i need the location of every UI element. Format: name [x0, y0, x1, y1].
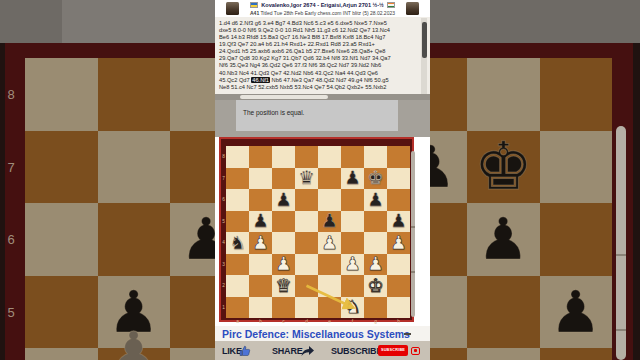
background-piece-bp-f7: ♟	[430, 138, 457, 196]
background-left-zoomed-board: ♟♟♟ 8765	[0, 0, 215, 360]
piece-wp-c3[interactable]: ♟	[272, 254, 295, 276]
square-f6[interactable]	[341, 189, 364, 211]
move-line[interactable]: 45.Qc2 Qd7 46.Nf1 Nb6 47.Ne3 Qa7 48.Qd2 …	[219, 77, 417, 84]
piece-wq-c2[interactable]: ♛	[272, 275, 295, 297]
caption-dash-icon	[404, 333, 411, 335]
move-list-panel: 1.d4 d6 2.Nf3 g6 3.e4 Bg7 4.Bd3 Nc6 5.c3…	[215, 17, 430, 100]
square-d8[interactable]	[295, 146, 318, 168]
move-list: 1.d4 d6 2.Nf3 g6 3.e4 Bg7 4.Bd3 Nc6 5.c3…	[219, 20, 417, 92]
square-g6[interactable]: ♟	[364, 189, 387, 211]
square-d1[interactable]	[295, 297, 318, 319]
background-gray-panel-light	[62, 0, 215, 43]
rank-label-6: 6	[221, 189, 226, 211]
background-square	[25, 203, 98, 276]
square-f1[interactable]: ♞	[341, 297, 364, 319]
main-column: Kovalenko,Igor 2674 - Erigaisi,Arjun 270…	[215, 0, 430, 360]
square-e2[interactable]	[318, 275, 341, 297]
background-square	[25, 276, 98, 349]
chess-board[interactable]: ♛♟♚♟♟♟♟♟♞♟♟♟♟♟♟♛♚♞	[226, 146, 410, 318]
square-e1[interactable]	[318, 297, 341, 319]
square-h5[interactable]: ♟	[387, 211, 410, 233]
piece-wk-g2[interactable]: ♚	[364, 275, 387, 297]
background-square	[540, 58, 613, 131]
move-line[interactable]: dxe5 8.0-0 Nf6 9.Qe2 0-0 10.Rd1 Nh5 11.g…	[219, 27, 417, 34]
square-f4[interactable]	[341, 232, 364, 254]
square-a5[interactable]	[226, 211, 249, 233]
subscribe-button[interactable]: SUBSCRIBE	[331, 346, 382, 356]
move-list-scrollbar-thumb[interactable]	[422, 22, 427, 58]
share-button[interactable]: SHARE	[272, 346, 303, 356]
actions-bar: LIKE SHARE SUBSCRIBE SUBSCRIBE	[215, 341, 430, 360]
background-piece-bp-h5: ♟	[550, 283, 602, 341]
file-label-f: f	[341, 319, 364, 325]
background-scrollbar	[616, 126, 626, 360]
move-line[interactable]: Nf6 35.Qe3 Ng4 36.Qd2 Qe6 37.f3 Nf6 38.Q…	[219, 62, 417, 69]
rank-label-1: 1	[221, 297, 226, 319]
square-f3[interactable]: ♟	[341, 254, 364, 276]
background-board-frame-top	[430, 43, 612, 58]
square-b7[interactable]	[249, 168, 272, 190]
background-rank-label-5: 5	[3, 305, 19, 320]
file-label-d: d	[295, 319, 318, 325]
square-g2[interactable]: ♚	[364, 275, 387, 297]
piece-wp-h4[interactable]: ♟	[387, 232, 410, 254]
square-a3[interactable]	[226, 254, 249, 276]
square-c3[interactable]: ♟	[272, 254, 295, 276]
background-rank-label-7: 7	[3, 160, 19, 175]
piece-wp-g3[interactable]: ♟	[364, 254, 387, 276]
background-square	[430, 276, 467, 349]
square-b2[interactable]	[249, 275, 272, 297]
background-edge	[633, 43, 640, 360]
background-piece-bp-g6: ♟	[477, 210, 529, 268]
background-squares-left: ♟♟♟	[25, 58, 215, 360]
background-piece-wp-b4: ♟	[108, 324, 160, 360]
background-square	[467, 58, 540, 131]
background-square	[430, 58, 467, 131]
square-g4[interactable]	[364, 232, 387, 254]
background-square	[170, 58, 215, 131]
square-h3[interactable]	[387, 254, 410, 276]
background-gray-panel	[430, 0, 640, 43]
background-square	[467, 348, 540, 360]
background-square	[540, 203, 613, 276]
event-line: A41 Titled Tue 28th Feb Early chess.com …	[215, 10, 430, 16]
square-a6[interactable]	[226, 189, 249, 211]
horizontal-scrollbar-thumb[interactable]	[240, 95, 328, 99]
background-square	[25, 131, 98, 204]
square-d2[interactable]	[295, 275, 318, 297]
file-label-h: h	[387, 319, 410, 325]
evaluation-text: The position is equal.	[243, 109, 304, 116]
move-line[interactable]: 24.Qxd1 h5 25.axb6 axb6 26.Qa1 b5 27.Bxe…	[219, 48, 417, 55]
square-d7[interactable]: ♛	[295, 168, 318, 190]
square-d3[interactable]	[295, 254, 318, 276]
chess-board-frame: ♛♟♚♟♟♟♟♟♞♟♟♟♟♟♟♛♚♞ 87654321abcdefgh	[219, 137, 414, 322]
square-g1[interactable]	[364, 297, 387, 319]
square-g8[interactable]	[364, 146, 387, 168]
opening-caption-bar: Pirc Defence: Miscellaneous Systems	[215, 326, 430, 341]
square-g3[interactable]: ♟	[364, 254, 387, 276]
event-text: Titled Tue 28th Feb Early chess.com INT …	[259, 10, 395, 16]
move-line[interactable]: 29.Qa7 Qd8 30.Kg2 Kg7 31.Qb7 Qd6 32.b4 N…	[219, 55, 417, 62]
background-square	[540, 348, 613, 360]
youtube-icon[interactable]	[411, 347, 420, 355]
file-label-b: b	[249, 319, 272, 325]
piece-bp-b5[interactable]: ♟	[249, 211, 272, 233]
square-c7[interactable]	[272, 168, 295, 190]
square-d5[interactable]	[295, 211, 318, 233]
piece-bp-f7[interactable]: ♟	[341, 168, 364, 190]
video-frame: ♟♟♟ 8765 ♟♚♟♟ Kovalenko,Igor 2674 - Erig…	[0, 0, 640, 360]
square-c8[interactable]	[272, 146, 295, 168]
rank-label-7: 7	[221, 168, 226, 190]
piece-bk-g7[interactable]: ♚	[364, 168, 387, 190]
background-square	[98, 203, 171, 276]
background-rank-label-8: 8	[3, 87, 19, 102]
opening-name: Pirc Defence: Miscellaneous Systems	[222, 328, 410, 340]
background-piece-bk-g7: ♚	[474, 134, 533, 200]
background-square	[467, 276, 540, 349]
share-arrow-icon[interactable]	[301, 346, 314, 357]
square-h6[interactable]	[387, 189, 410, 211]
background-square	[540, 131, 613, 204]
evaluation-box: The position is equal.	[236, 100, 398, 131]
background-square	[25, 58, 98, 131]
piece-bp-h5[interactable]: ♟	[387, 211, 410, 233]
ukraine-flag-icon	[250, 2, 258, 8]
piece-bp-c6[interactable]: ♟	[272, 189, 295, 211]
square-a8[interactable]	[226, 146, 249, 168]
square-g7[interactable]: ♚	[364, 168, 387, 190]
background-right-zoomed-board: ♟♚♟♟	[430, 0, 640, 360]
file-label-g: g	[364, 319, 387, 325]
move-line[interactable]: 19.Qf3 Qe7 20.a4 b6 21.h4 Rxd1+ 22.Rxd1 …	[219, 41, 417, 48]
piece-bp-g6[interactable]: ♟	[364, 189, 387, 211]
rank-label-2: 2	[221, 275, 226, 297]
current-move[interactable]: 46.Nf1	[251, 77, 270, 83]
square-e8[interactable]	[318, 146, 341, 168]
square-b5[interactable]: ♟	[249, 211, 272, 233]
square-a1[interactable]	[226, 297, 249, 319]
square-c1[interactable]	[272, 297, 295, 319]
square-f7[interactable]: ♟	[341, 168, 364, 190]
square-c2[interactable]: ♛	[272, 275, 295, 297]
board-scrollbar[interactable]	[411, 151, 416, 317]
piece-wn-f1[interactable]: ♞	[341, 297, 364, 319]
rank-label-5: 5	[221, 211, 226, 233]
square-h2[interactable]	[387, 275, 410, 297]
move-line[interactable]: Be6 14.b3 Rfd8 15.Ba3 Qc7 16.Ne3 Bf8 17.…	[219, 34, 417, 41]
move-line[interactable]: Ne8 51.c4 Nc7 52.cxb5 Nxb5 53.Nc4 Qe7 54…	[219, 84, 417, 91]
game-header: Kovalenko,Igor 2674 - Erigaisi,Arjun 270…	[215, 0, 430, 17]
square-g5[interactable]	[364, 211, 387, 233]
square-f8[interactable]	[341, 146, 364, 168]
square-h4[interactable]: ♟	[387, 232, 410, 254]
background-squares-right: ♟♚♟♟	[430, 58, 612, 360]
piece-wp-b4[interactable]: ♟	[249, 232, 272, 254]
piece-wp-e4[interactable]: ♟	[318, 232, 341, 254]
background-square	[430, 348, 467, 360]
file-label-a: a	[226, 319, 249, 325]
square-h1[interactable]	[387, 297, 410, 319]
move-line[interactable]: 1.d4 d6 2.Nf3 g6 3.e4 Bg7 4.Bd3 Nc6 5.c3…	[219, 20, 417, 27]
background-square	[170, 276, 215, 349]
square-e5[interactable]: ♟	[318, 211, 341, 233]
rank-label-8: 8	[221, 146, 226, 168]
subscribe-red-button[interactable]: SUBSCRIBE	[378, 345, 408, 356]
square-f2[interactable]	[341, 275, 364, 297]
rank-label-4: 4	[221, 232, 226, 254]
square-h8[interactable]	[387, 146, 410, 168]
square-c4[interactable]	[272, 232, 295, 254]
background-square	[170, 131, 215, 204]
square-e7[interactable]	[318, 168, 341, 190]
move-line[interactable]: 40.Nb3 Nc4 41.Qd3 Qe7 42.Nd2 Nb6 43.Qc2 …	[219, 70, 417, 77]
rank-label-3: 3	[221, 254, 226, 276]
players-line: Kovalenko,Igor 2674 - Erigaisi,Arjun 270…	[215, 2, 430, 8]
file-label-c: c	[272, 319, 295, 325]
piece-wp-f3[interactable]: ♟	[341, 254, 364, 276]
file-label-e: e	[318, 319, 341, 325]
india-flag-icon	[387, 2, 395, 8]
background-rank-label-6: 6	[3, 232, 19, 247]
square-e6[interactable]	[318, 189, 341, 211]
square-b1[interactable]	[249, 297, 272, 319]
square-a4[interactable]: ♞	[226, 232, 249, 254]
background-square	[98, 58, 171, 131]
square-h7[interactable]	[387, 168, 410, 190]
square-b6[interactable]	[249, 189, 272, 211]
square-d6[interactable]	[295, 189, 318, 211]
background-square	[25, 348, 98, 360]
square-e3[interactable]	[318, 254, 341, 276]
square-c6[interactable]: ♟	[272, 189, 295, 211]
background-piece-bp-c6: ♟	[180, 210, 215, 268]
square-f5[interactable]	[341, 211, 364, 233]
background-board-frame-top	[0, 43, 215, 58]
square-b4[interactable]: ♟	[249, 232, 272, 254]
square-e4[interactable]: ♟	[318, 232, 341, 254]
evaluation-panel: The position is equal.	[215, 100, 430, 137]
piece-bp-e5[interactable]: ♟	[318, 211, 341, 233]
square-b8[interactable]	[249, 146, 272, 168]
piece-bq-d7[interactable]: ♛	[295, 168, 318, 190]
square-c5[interactable]	[272, 211, 295, 233]
thumbs-up-icon[interactable]	[239, 345, 251, 357]
piece-bn-a4[interactable]: ♞	[226, 232, 249, 254]
square-d4[interactable]	[295, 232, 318, 254]
square-a2[interactable]	[226, 275, 249, 297]
square-b3[interactable]	[249, 254, 272, 276]
background-square	[98, 131, 171, 204]
eco-code: A41	[250, 10, 259, 16]
background-square	[170, 348, 215, 360]
players-text: Kovalenko,Igor 2674 - Erigaisi,Arjun 270…	[261, 2, 384, 8]
background-square	[430, 203, 467, 276]
square-a7[interactable]	[226, 168, 249, 190]
